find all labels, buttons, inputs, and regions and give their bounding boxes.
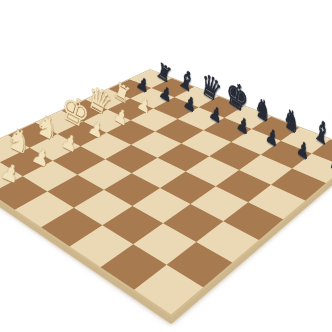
chess-product-photo: ♜♞♞♚♛♜♟♜♟♟♟♟♟♟♟♝♟♛♟♚♟♞♟♞♟♝♟♜ <box>0 0 332 332</box>
square: ♝ <box>281 128 330 154</box>
chess-board: ♜♞♞♚♛♜♟♜♟♟♟♟♟♟♟♝♟♛♟♚♟♞♟♞♟♝♟♜ <box>0 70 332 315</box>
